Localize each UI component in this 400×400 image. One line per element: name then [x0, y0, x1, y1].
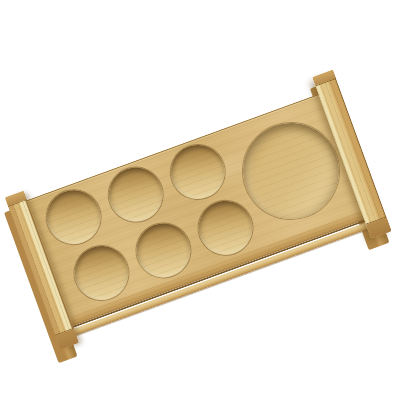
product-photo [0, 0, 400, 400]
small-well-far-1 [39, 183, 108, 252]
small-well-far-3 [163, 137, 232, 206]
bamboo-tray [16, 91, 369, 320]
small-well-far-2 [101, 160, 170, 229]
